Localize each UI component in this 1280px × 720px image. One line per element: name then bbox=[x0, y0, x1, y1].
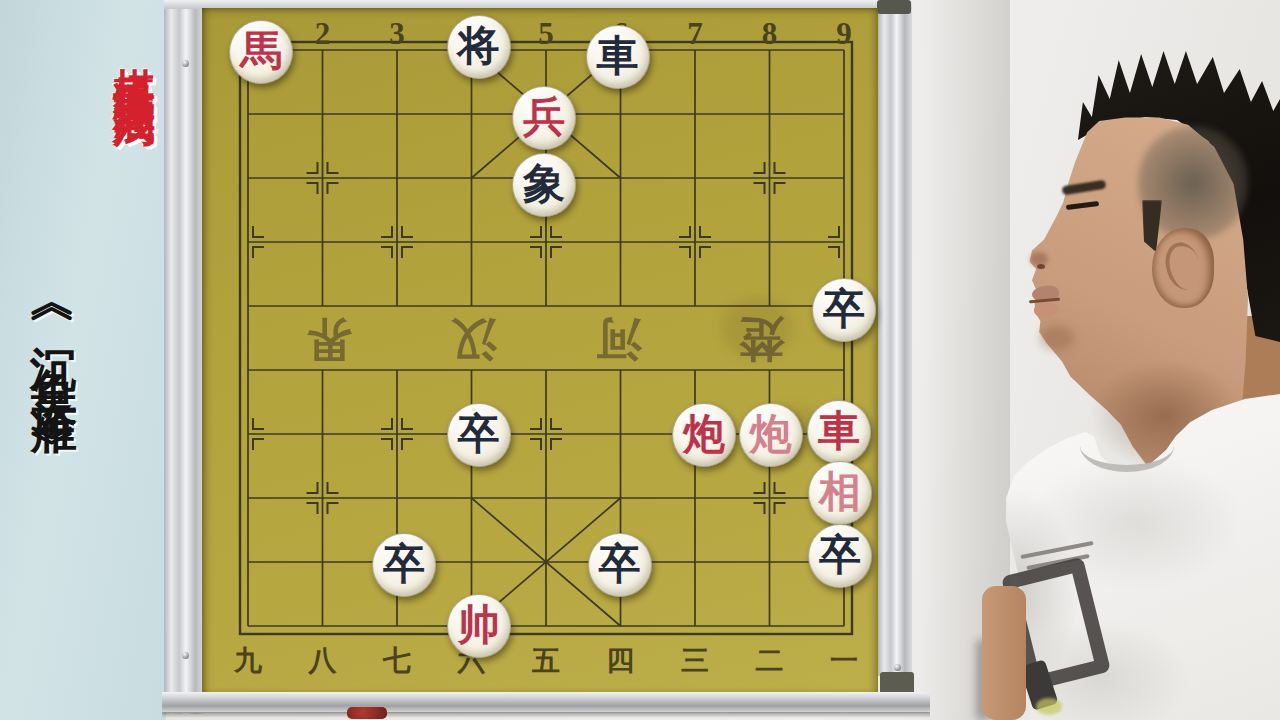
piece-character: 兵 bbox=[523, 96, 565, 138]
piece-character: 車 bbox=[597, 35, 639, 77]
piece-character: 卒 bbox=[599, 543, 641, 585]
piece-black-elephant[interactable]: 象 bbox=[512, 153, 576, 217]
piece-character: 帅 bbox=[458, 604, 500, 646]
frame-screw bbox=[182, 60, 189, 67]
piece-black-general[interactable]: 将 bbox=[447, 15, 511, 79]
piece-red-cannon[interactable]: 炮 bbox=[739, 403, 803, 467]
frame-corner-top-right bbox=[877, 0, 911, 14]
piece-red-soldier[interactable]: 兵 bbox=[512, 86, 576, 150]
left-banner: 棋疯子象棋江湖残局 ︽沉鱼落雁︾ bbox=[0, 0, 166, 720]
piece-black-chariot[interactable]: 車 bbox=[586, 25, 650, 89]
frame-screw bbox=[894, 664, 901, 671]
piece-red-horse[interactable]: 馬 bbox=[229, 20, 293, 84]
piece-character: 象 bbox=[523, 163, 565, 205]
marker-on-tray bbox=[347, 707, 387, 719]
piece-black-soldier[interactable]: 卒 bbox=[812, 278, 876, 342]
piece-character: 車 bbox=[818, 410, 860, 452]
piece-character: 卒 bbox=[383, 543, 425, 585]
piece-character: 卒 bbox=[823, 288, 865, 330]
endgame-title-text: ︽沉鱼落雁︾ bbox=[26, 288, 86, 414]
whiteboard-tray bbox=[162, 692, 930, 713]
piece-character: 馬 bbox=[240, 30, 282, 72]
pieces-layer: 馬将車兵象卒卒炮炮車相卒卒卒帅 bbox=[211, 18, 882, 658]
xiangqi-board[interactable]: 123456789 九八七六五四三二一 界汉河楚 馬将車兵象卒卒炮炮車相卒卒卒帅 bbox=[202, 8, 878, 692]
piece-character: 卒 bbox=[458, 413, 500, 455]
piece-character: 相 bbox=[819, 471, 861, 513]
frame-screw bbox=[182, 652, 189, 659]
piece-red-cannon[interactable]: 炮 bbox=[672, 403, 736, 467]
piece-black-soldier[interactable]: 卒 bbox=[588, 533, 652, 597]
board-frame-right bbox=[878, 0, 912, 676]
piece-black-soldier[interactable]: 卒 bbox=[447, 403, 511, 467]
board-frame-left bbox=[164, 0, 204, 714]
piece-character: 炮 bbox=[750, 413, 792, 455]
video-frame: 棋疯子象棋江湖残局 ︽沉鱼落雁︾ 123456789 九八七六五四三二一 界汉河… bbox=[0, 0, 1280, 720]
piece-black-soldier[interactable]: 卒 bbox=[372, 533, 436, 597]
piece-character: 卒 bbox=[819, 534, 861, 576]
wall-shadow bbox=[920, 0, 1010, 720]
tray-shadow bbox=[162, 712, 930, 718]
channel-name-text: 棋疯子象棋江湖残局 bbox=[100, 34, 162, 79]
piece-character: 炮 bbox=[683, 413, 725, 455]
piece-red-elephant[interactable]: 相 bbox=[808, 461, 872, 525]
piece-red-chariot[interactable]: 車 bbox=[807, 400, 871, 464]
piece-character: 将 bbox=[458, 25, 500, 67]
piece-red-general[interactable]: 帅 bbox=[447, 594, 511, 658]
piece-black-soldier[interactable]: 卒 bbox=[808, 524, 872, 588]
